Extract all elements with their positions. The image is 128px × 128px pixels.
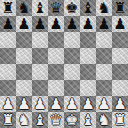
piece-black-bishop[interactable]: ♝ bbox=[32, 0, 48, 16]
piece-white-pawn[interactable]: ♟ bbox=[0, 96, 16, 112]
piece-white-queen[interactable]: ♛ bbox=[48, 112, 64, 128]
piece-white-rook[interactable]: ♜ bbox=[0, 112, 16, 128]
square-g8[interactable]: ♞ bbox=[96, 0, 112, 16]
square-d2[interactable]: ♟ bbox=[48, 96, 64, 112]
piece-white-pawn[interactable]: ♟ bbox=[96, 96, 112, 112]
square-e2[interactable]: ♟ bbox=[64, 96, 80, 112]
square-g7[interactable]: ♟ bbox=[96, 16, 112, 32]
square-h6[interactable] bbox=[112, 32, 128, 48]
square-e6[interactable] bbox=[64, 32, 80, 48]
square-f3[interactable] bbox=[80, 80, 96, 96]
piece-black-pawn[interactable]: ♟ bbox=[16, 16, 32, 32]
square-e7[interactable]: ♟ bbox=[64, 16, 80, 32]
square-c8[interactable]: ♝ bbox=[32, 0, 48, 16]
square-c6[interactable] bbox=[32, 32, 48, 48]
piece-black-pawn[interactable]: ♟ bbox=[48, 16, 64, 32]
square-d6[interactable] bbox=[48, 32, 64, 48]
square-e5[interactable] bbox=[64, 48, 80, 64]
square-h5[interactable] bbox=[112, 48, 128, 64]
square-d4[interactable] bbox=[48, 64, 64, 80]
square-f7[interactable]: ♟ bbox=[80, 16, 96, 32]
square-c1[interactable]: ♝ bbox=[32, 112, 48, 128]
square-a3[interactable] bbox=[0, 80, 16, 96]
square-b5[interactable] bbox=[16, 48, 32, 64]
square-a5[interactable] bbox=[0, 48, 16, 64]
square-a8[interactable]: ♜ bbox=[0, 0, 16, 16]
piece-black-bishop[interactable]: ♝ bbox=[80, 0, 96, 16]
square-h2[interactable]: ♟ bbox=[112, 96, 128, 112]
square-d3[interactable] bbox=[48, 80, 64, 96]
square-d8[interactable]: ♛ bbox=[48, 0, 64, 16]
piece-black-knight[interactable]: ♞ bbox=[16, 0, 32, 16]
square-b8[interactable]: ♞ bbox=[16, 0, 32, 16]
square-h7[interactable]: ♟ bbox=[112, 16, 128, 32]
square-h3[interactable] bbox=[112, 80, 128, 96]
square-f5[interactable] bbox=[80, 48, 96, 64]
square-e8[interactable]: ♚ bbox=[64, 0, 80, 16]
square-a2[interactable]: ♟ bbox=[0, 96, 16, 112]
piece-white-rook[interactable]: ♜ bbox=[112, 112, 128, 128]
square-a1[interactable]: ♜ bbox=[0, 112, 16, 128]
square-f1[interactable]: ♝ bbox=[80, 112, 96, 128]
piece-white-pawn[interactable]: ♟ bbox=[64, 96, 80, 112]
square-f6[interactable] bbox=[80, 32, 96, 48]
piece-black-pawn[interactable]: ♟ bbox=[112, 16, 128, 32]
square-d7[interactable]: ♟ bbox=[48, 16, 64, 32]
square-a7[interactable]: ♟ bbox=[0, 16, 16, 32]
piece-black-pawn[interactable]: ♟ bbox=[80, 16, 96, 32]
piece-white-pawn[interactable]: ♟ bbox=[48, 96, 64, 112]
piece-white-bishop[interactable]: ♝ bbox=[80, 112, 96, 128]
piece-white-pawn[interactable]: ♟ bbox=[16, 96, 32, 112]
square-g2[interactable]: ♟ bbox=[96, 96, 112, 112]
square-d5[interactable] bbox=[48, 48, 64, 64]
chess-board: ♜♞♝♛♚♝♞♜♟♟♟♟♟♟♟♟♟♟♟♟♟♟♟♟♜♞♝♛♚♝♞♜ bbox=[0, 0, 128, 128]
piece-black-knight[interactable]: ♞ bbox=[96, 0, 112, 16]
square-c7[interactable]: ♟ bbox=[32, 16, 48, 32]
piece-black-rook[interactable]: ♜ bbox=[112, 0, 128, 16]
square-h1[interactable]: ♜ bbox=[112, 112, 128, 128]
square-g5[interactable] bbox=[96, 48, 112, 64]
piece-white-knight[interactable]: ♞ bbox=[96, 112, 112, 128]
piece-white-pawn[interactable]: ♟ bbox=[32, 96, 48, 112]
square-h8[interactable]: ♜ bbox=[112, 0, 128, 16]
piece-black-queen[interactable]: ♛ bbox=[48, 0, 64, 16]
square-f2[interactable]: ♟ bbox=[80, 96, 96, 112]
square-b7[interactable]: ♟ bbox=[16, 16, 32, 32]
square-c4[interactable] bbox=[32, 64, 48, 80]
square-h4[interactable] bbox=[112, 64, 128, 80]
square-d1[interactable]: ♛ bbox=[48, 112, 64, 128]
piece-black-pawn[interactable]: ♟ bbox=[96, 16, 112, 32]
square-a4[interactable] bbox=[0, 64, 16, 80]
square-f4[interactable] bbox=[80, 64, 96, 80]
piece-white-king[interactable]: ♚ bbox=[64, 112, 80, 128]
square-b2[interactable]: ♟ bbox=[16, 96, 32, 112]
square-b6[interactable] bbox=[16, 32, 32, 48]
piece-black-pawn[interactable]: ♟ bbox=[64, 16, 80, 32]
piece-white-pawn[interactable]: ♟ bbox=[80, 96, 96, 112]
square-b1[interactable]: ♞ bbox=[16, 112, 32, 128]
square-c5[interactable] bbox=[32, 48, 48, 64]
piece-black-rook[interactable]: ♜ bbox=[0, 0, 16, 16]
piece-black-pawn[interactable]: ♟ bbox=[0, 16, 16, 32]
piece-black-pawn[interactable]: ♟ bbox=[32, 16, 48, 32]
square-g4[interactable] bbox=[96, 64, 112, 80]
square-g3[interactable] bbox=[96, 80, 112, 96]
square-c3[interactable] bbox=[32, 80, 48, 96]
square-e3[interactable] bbox=[64, 80, 80, 96]
piece-black-king[interactable]: ♚ bbox=[64, 0, 80, 16]
square-c2[interactable]: ♟ bbox=[32, 96, 48, 112]
piece-white-knight[interactable]: ♞ bbox=[16, 112, 32, 128]
piece-white-bishop[interactable]: ♝ bbox=[32, 112, 48, 128]
square-g1[interactable]: ♞ bbox=[96, 112, 112, 128]
square-e1[interactable]: ♚ bbox=[64, 112, 80, 128]
square-b3[interactable] bbox=[16, 80, 32, 96]
square-e4[interactable] bbox=[64, 64, 80, 80]
square-a6[interactable] bbox=[0, 32, 16, 48]
square-g6[interactable] bbox=[96, 32, 112, 48]
square-b4[interactable] bbox=[16, 64, 32, 80]
square-f8[interactable]: ♝ bbox=[80, 0, 96, 16]
piece-white-pawn[interactable]: ♟ bbox=[112, 96, 128, 112]
